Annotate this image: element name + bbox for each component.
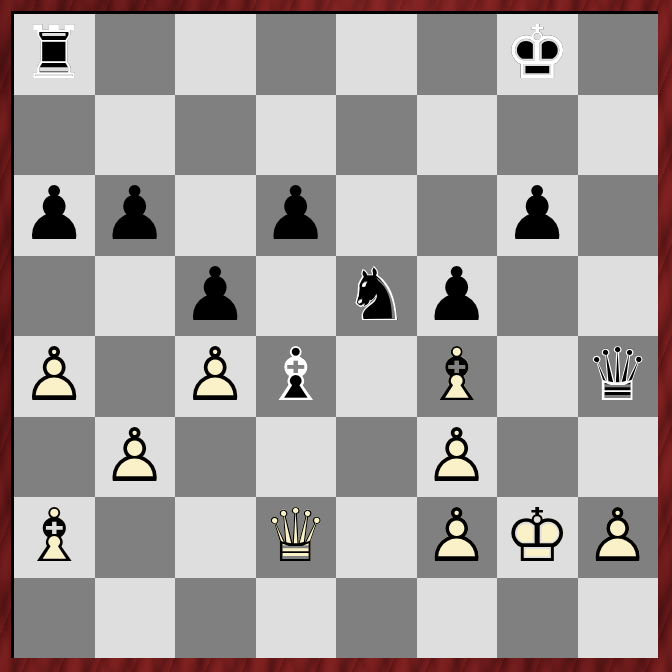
square-d7[interactable] <box>256 95 337 176</box>
square-e2[interactable] <box>336 497 417 578</box>
black-pawn[interactable]: ♟ <box>497 175 578 256</box>
square-a5[interactable] <box>14 256 95 337</box>
black-king[interactable]: ♚♔ <box>497 14 578 95</box>
piece-fill-glyph: ♟ <box>417 256 498 337</box>
board-edge: ♜♖♚♔♟♟♟♟♟♞♘♟♟♙♟♙♝♗♝♗♛♕♟♙♟♙♝♗♛♕♟♙♚♔♟♙ <box>11 11 658 658</box>
piece-outline-glyph: ♗ <box>417 336 498 417</box>
white-pawn[interactable]: ♟♙ <box>175 336 256 417</box>
square-e8[interactable] <box>336 14 417 95</box>
square-h7[interactable] <box>578 95 659 176</box>
piece-outline-glyph: ♖ <box>14 14 95 95</box>
square-a3[interactable] <box>14 417 95 498</box>
square-b5[interactable] <box>95 256 176 337</box>
black-pawn[interactable]: ♟ <box>175 256 256 337</box>
piece-outline-glyph: ♙ <box>95 417 176 498</box>
piece-outline-glyph: ♔ <box>497 497 578 578</box>
piece-outline-glyph: ♕ <box>578 336 659 417</box>
square-a1[interactable] <box>14 578 95 659</box>
square-f8[interactable] <box>417 14 498 95</box>
square-e3[interactable] <box>336 417 417 498</box>
piece-outline-glyph: ♙ <box>14 336 95 417</box>
black-pawn[interactable]: ♟ <box>417 256 498 337</box>
square-c1[interactable] <box>175 578 256 659</box>
square-b7[interactable] <box>95 95 176 176</box>
square-e5[interactable]: ♞♘ <box>336 256 417 337</box>
square-f1[interactable] <box>417 578 498 659</box>
white-pawn[interactable]: ♟♙ <box>95 417 176 498</box>
square-d6[interactable]: ♟ <box>256 175 337 256</box>
square-g5[interactable] <box>497 256 578 337</box>
white-king[interactable]: ♚♔ <box>497 497 578 578</box>
square-e1[interactable] <box>336 578 417 659</box>
square-d2[interactable]: ♛♕ <box>256 497 337 578</box>
square-h3[interactable] <box>578 417 659 498</box>
white-bishop[interactable]: ♝♗ <box>417 336 498 417</box>
square-a4[interactable]: ♟♙ <box>14 336 95 417</box>
piece-outline-glyph: ♙ <box>417 417 498 498</box>
piece-fill-glyph: ♟ <box>256 175 337 256</box>
black-bishop[interactable]: ♝♗ <box>256 336 337 417</box>
square-f4[interactable]: ♝♗ <box>417 336 498 417</box>
black-rook[interactable]: ♜♖ <box>14 14 95 95</box>
piece-outline-glyph: ♕ <box>256 497 337 578</box>
piece-outline-glyph: ♗ <box>14 497 95 578</box>
square-c6[interactable] <box>175 175 256 256</box>
piece-fill-glyph: ♟ <box>14 175 95 256</box>
square-f2[interactable]: ♟♙ <box>417 497 498 578</box>
black-pawn[interactable]: ♟ <box>95 175 176 256</box>
square-g3[interactable] <box>497 417 578 498</box>
piece-outline-glyph: ♙ <box>417 497 498 578</box>
square-f5[interactable]: ♟ <box>417 256 498 337</box>
square-g2[interactable]: ♚♔ <box>497 497 578 578</box>
piece-fill-glyph: ♟ <box>95 175 176 256</box>
square-b4[interactable] <box>95 336 176 417</box>
black-pawn[interactable]: ♟ <box>256 175 337 256</box>
square-a7[interactable] <box>14 95 95 176</box>
square-b6[interactable]: ♟ <box>95 175 176 256</box>
black-queen[interactable]: ♛♕ <box>578 336 659 417</box>
square-g7[interactable] <box>497 95 578 176</box>
white-pawn[interactable]: ♟♙ <box>417 497 498 578</box>
square-f7[interactable] <box>417 95 498 176</box>
square-b1[interactable] <box>95 578 176 659</box>
square-d1[interactable] <box>256 578 337 659</box>
square-e4[interactable] <box>336 336 417 417</box>
square-c5[interactable]: ♟ <box>175 256 256 337</box>
black-knight[interactable]: ♞♘ <box>336 256 417 337</box>
piece-outline-glyph: ♙ <box>175 336 256 417</box>
square-g8[interactable]: ♚♔ <box>497 14 578 95</box>
white-bishop[interactable]: ♝♗ <box>14 497 95 578</box>
square-a2[interactable]: ♝♗ <box>14 497 95 578</box>
square-e7[interactable] <box>336 95 417 176</box>
board-frame: ♜♖♚♔♟♟♟♟♟♞♘♟♟♙♟♙♝♗♝♗♛♕♟♙♟♙♝♗♛♕♟♙♚♔♟♙ <box>0 0 672 672</box>
square-d8[interactable] <box>256 14 337 95</box>
piece-outline-glyph: ♙ <box>578 497 659 578</box>
white-pawn[interactable]: ♟♙ <box>578 497 659 578</box>
square-h8[interactable] <box>578 14 659 95</box>
square-h4[interactable]: ♛♕ <box>578 336 659 417</box>
square-c2[interactable] <box>175 497 256 578</box>
piece-outline-glyph: ♔ <box>497 14 578 95</box>
white-pawn[interactable]: ♟♙ <box>417 417 498 498</box>
piece-fill-glyph: ♟ <box>497 175 578 256</box>
piece-outline-glyph: ♗ <box>256 336 337 417</box>
square-g6[interactable]: ♟ <box>497 175 578 256</box>
square-f3[interactable]: ♟♙ <box>417 417 498 498</box>
square-d4[interactable]: ♝♗ <box>256 336 337 417</box>
square-b8[interactable] <box>95 14 176 95</box>
square-d3[interactable] <box>256 417 337 498</box>
white-pawn[interactable]: ♟♙ <box>14 336 95 417</box>
square-g4[interactable] <box>497 336 578 417</box>
square-a6[interactable]: ♟ <box>14 175 95 256</box>
square-d5[interactable] <box>256 256 337 337</box>
square-f6[interactable] <box>417 175 498 256</box>
square-b2[interactable] <box>95 497 176 578</box>
white-queen[interactable]: ♛♕ <box>256 497 337 578</box>
square-c7[interactable] <box>175 95 256 176</box>
chess-board: ♜♖♚♔♟♟♟♟♟♞♘♟♟♙♟♙♝♗♝♗♛♕♟♙♟♙♝♗♛♕♟♙♚♔♟♙ <box>14 14 658 658</box>
square-c4[interactable]: ♟♙ <box>175 336 256 417</box>
square-c3[interactable] <box>175 417 256 498</box>
square-a8[interactable]: ♜♖ <box>14 14 95 95</box>
square-h5[interactable] <box>578 256 659 337</box>
square-h1[interactable] <box>578 578 659 659</box>
black-pawn[interactable]: ♟ <box>14 175 95 256</box>
square-g1[interactable] <box>497 578 578 659</box>
square-e6[interactable] <box>336 175 417 256</box>
piece-fill-glyph: ♟ <box>175 256 256 337</box>
piece-outline-glyph: ♘ <box>336 256 417 337</box>
square-h6[interactable] <box>578 175 659 256</box>
square-b3[interactable]: ♟♙ <box>95 417 176 498</box>
square-h2[interactable]: ♟♙ <box>578 497 659 578</box>
square-c8[interactable] <box>175 14 256 95</box>
